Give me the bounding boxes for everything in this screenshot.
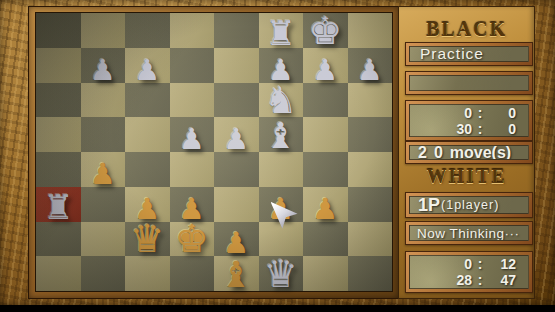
square-a5[interactable] — [36, 117, 81, 152]
square-b8[interactable] — [81, 13, 126, 48]
moves-count: 20 — [418, 145, 450, 160]
square-e4[interactable] — [214, 152, 259, 187]
square-d7[interactable] — [170, 48, 215, 83]
square-h3[interactable] — [348, 187, 393, 222]
white-player-sublabel: (1player) — [441, 198, 499, 212]
info-panel: BLACK Practice 0 : 0 30 : 0 — [398, 6, 535, 299]
square-f4[interactable] — [259, 152, 304, 187]
square-h1[interactable] — [348, 256, 393, 291]
square-e1[interactable]: ♝ — [214, 256, 259, 291]
square-e3[interactable] — [214, 187, 259, 222]
piece-black-rook-a3[interactable]: ♜ — [43, 190, 73, 224]
square-g5[interactable] — [303, 117, 348, 152]
black-status-box — [405, 71, 533, 95]
square-d5[interactable]: ♟ — [170, 117, 215, 152]
black-clock2-min: 30 — [434, 121, 472, 137]
board-frame: ♜♚♟♟♟♟♟♞♟♟♝♟♜♟♟♟♟♛♚♟♝♛ — [28, 6, 399, 299]
square-f5[interactable]: ♝ — [259, 117, 304, 152]
piece-black-pawn-e5[interactable]: ♟ — [223, 125, 249, 154]
square-a3[interactable]: ♜ — [36, 187, 81, 222]
square-g2[interactable] — [303, 222, 348, 257]
black-clock1-sec: 0 — [488, 105, 516, 121]
square-b7[interactable]: ♟ — [81, 48, 126, 83]
clock-colon: : — [472, 272, 488, 288]
white-clock1-min: 0 — [434, 256, 472, 272]
square-e5[interactable]: ♟ — [214, 117, 259, 152]
square-e6[interactable] — [214, 83, 259, 118]
square-f6[interactable]: ♞ — [259, 83, 304, 118]
white-clock-box: 0 : 12 28 : 47 — [405, 251, 533, 293]
square-e8[interactable] — [214, 13, 259, 48]
chess-game-screen: ♜♚♟♟♟♟♟♞♟♟♝♟♜♟♟♟♟♛♚♟♝♛ BLACK Practice 0 … — [0, 0, 555, 312]
square-g6[interactable] — [303, 83, 348, 118]
clock-colon: : — [472, 105, 488, 121]
piece-black-pawn-c7[interactable]: ♟ — [134, 56, 160, 85]
white-clock-row-1: 0 : 12 — [410, 256, 528, 272]
piece-black-pawn-h7[interactable]: ♟ — [357, 56, 383, 85]
square-h5[interactable] — [348, 117, 393, 152]
square-a2[interactable] — [36, 222, 81, 257]
square-g4[interactable] — [303, 152, 348, 187]
white-player-label: 1P — [410, 196, 440, 214]
chess-board[interactable]: ♜♚♟♟♟♟♟♞♟♟♝♟♜♟♟♟♟♛♚♟♝♛ — [36, 13, 392, 291]
square-g8[interactable]: ♚ — [303, 13, 348, 48]
square-d8[interactable] — [170, 13, 215, 48]
square-b6[interactable] — [81, 83, 126, 118]
square-c8[interactable] — [125, 13, 170, 48]
square-h6[interactable] — [348, 83, 393, 118]
square-c4[interactable] — [125, 152, 170, 187]
piece-black-queen-f1[interactable]: ♛ — [264, 255, 298, 293]
square-b3[interactable] — [81, 187, 126, 222]
piece-black-bishop-f5[interactable]: ♝ — [265, 118, 297, 154]
black-mode-box: Practice — [405, 42, 533, 66]
square-g7[interactable]: ♟ — [303, 48, 348, 83]
square-b1[interactable] — [81, 256, 126, 291]
clock-colon: : — [472, 256, 488, 272]
square-h4[interactable] — [348, 152, 393, 187]
piece-black-king-g8[interactable]: ♚ — [308, 12, 342, 50]
black-clock-row-2: 30 : 0 — [410, 121, 528, 137]
black-mode-label: Practice — [420, 46, 484, 62]
square-f1[interactable]: ♛ — [259, 256, 304, 291]
white-clock-row-2: 28 : 47 — [410, 272, 528, 288]
piece-white-queen-c2[interactable]: ♛ — [130, 220, 164, 258]
moves-unit-label: move(s) — [450, 145, 511, 160]
black-clock-row-1: 0 : 0 — [410, 105, 528, 121]
square-g1[interactable] — [303, 256, 348, 291]
square-d1[interactable] — [170, 256, 215, 291]
square-b4[interactable]: ♟ — [81, 152, 126, 187]
bottom-black-bar — [0, 305, 555, 312]
white-clock2-min: 28 — [434, 272, 472, 288]
square-a7[interactable] — [36, 48, 81, 83]
square-d4[interactable] — [170, 152, 215, 187]
white-clock2-sec: 47 — [488, 272, 516, 288]
square-e7[interactable] — [214, 48, 259, 83]
piece-black-pawn-g7[interactable]: ♟ — [312, 56, 338, 85]
square-h2[interactable] — [348, 222, 393, 257]
square-c5[interactable] — [125, 117, 170, 152]
square-g3[interactable]: ♟ — [303, 187, 348, 222]
square-e2[interactable]: ♟ — [214, 222, 259, 257]
piece-white-bishop-e1[interactable]: ♝ — [220, 257, 252, 293]
black-clock2-sec: 0 — [488, 121, 516, 137]
black-clock-box: 0 : 0 30 : 0 — [405, 100, 533, 141]
white-player-box: 1P (1player) — [405, 192, 533, 218]
black-side-label: BLACK — [398, 18, 535, 40]
clock-colon: : — [472, 121, 488, 137]
square-b5[interactable] — [81, 117, 126, 152]
square-h7[interactable]: ♟ — [348, 48, 393, 83]
piece-white-king-d2[interactable]: ♚ — [175, 220, 209, 258]
square-a6[interactable] — [36, 83, 81, 118]
piece-white-pawn-g3[interactable]: ♟ — [312, 195, 338, 224]
square-c2[interactable]: ♛ — [125, 222, 170, 257]
white-side-label: WHITE — [398, 165, 535, 187]
square-d6[interactable] — [170, 83, 215, 118]
square-b2[interactable] — [81, 222, 126, 257]
square-d2[interactable]: ♚ — [170, 222, 215, 257]
square-h8[interactable] — [348, 13, 393, 48]
square-a4[interactable] — [36, 152, 81, 187]
white-status-text: Now Thinking··· — [417, 226, 520, 241]
square-a1[interactable] — [36, 256, 81, 291]
black-clock1-min: 0 — [434, 105, 472, 121]
white-clock1-sec: 12 — [488, 256, 516, 272]
square-c1[interactable] — [125, 256, 170, 291]
piece-white-pawn-b4[interactable]: ♟ — [90, 160, 116, 189]
square-c6[interactable] — [125, 83, 170, 118]
square-f7[interactable]: ♟ — [259, 48, 304, 83]
square-f8[interactable]: ♜ — [259, 13, 304, 48]
piece-black-pawn-b7[interactable]: ♟ — [90, 56, 116, 85]
piece-black-pawn-d5[interactable]: ♟ — [179, 125, 205, 154]
white-status-box: Now Thinking··· — [405, 221, 533, 245]
black-moves-box: 20 move(s) — [405, 141, 533, 164]
piece-black-rook-f8[interactable]: ♜ — [266, 16, 296, 50]
piece-black-knight-f6[interactable]: ♞ — [264, 82, 297, 119]
square-a8[interactable] — [36, 13, 81, 48]
square-c7[interactable]: ♟ — [125, 48, 170, 83]
